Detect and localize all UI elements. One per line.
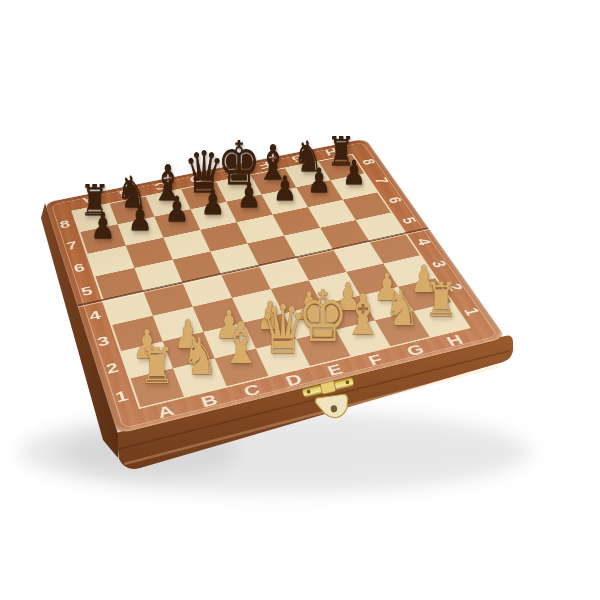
chess-set-photo: AABBCCDDEEFFGGHH1122334455667788 ♜♞♝♛♚♝♞… bbox=[0, 0, 600, 600]
file-label-far-a: A bbox=[81, 195, 97, 207]
